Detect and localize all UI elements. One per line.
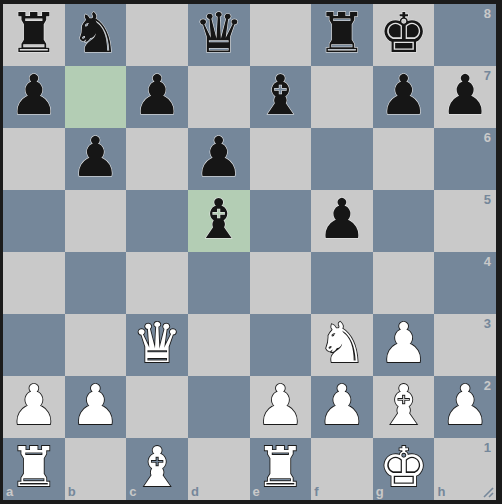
white-pawn[interactable]: ♟ (379, 316, 428, 371)
black-pawn[interactable]: ♟ (71, 130, 120, 185)
square-a6[interactable] (3, 128, 65, 190)
rank-label-3: 3 (484, 317, 491, 330)
square-e6[interactable] (250, 128, 312, 190)
square-a8[interactable]: ♜ (3, 4, 65, 66)
black-pawn[interactable]: ♟ (9, 68, 58, 123)
square-d5[interactable]: ♝ (188, 190, 250, 252)
square-h5[interactable]: 5 (434, 190, 496, 252)
square-b7[interactable] (65, 66, 127, 128)
square-h8[interactable]: 8 (434, 4, 496, 66)
square-f4[interactable] (311, 252, 373, 314)
square-a4[interactable] (3, 252, 65, 314)
square-e2[interactable]: ♟ (250, 376, 312, 438)
square-c7[interactable]: ♟ (126, 66, 188, 128)
black-pawn[interactable]: ♟ (441, 68, 490, 123)
square-f3[interactable]: ♞ (311, 314, 373, 376)
file-label-d: d (191, 485, 199, 498)
black-bishop[interactable]: ♝ (256, 68, 305, 123)
white-pawn[interactable]: ♟ (441, 378, 490, 433)
square-b3[interactable] (65, 314, 127, 376)
rank-label-1: 1 (484, 441, 491, 454)
resize-handle-icon[interactable] (481, 485, 495, 499)
square-e5[interactable] (250, 190, 312, 252)
rank-label-4: 4 (484, 255, 491, 268)
square-g8[interactable]: ♚ (373, 4, 435, 66)
black-pawn[interactable]: ♟ (194, 130, 243, 185)
square-f8[interactable]: ♜ (311, 4, 373, 66)
square-a2[interactable]: ♟ (3, 376, 65, 438)
chess-board: ♜♞♛♜♚8♟♟♝♟♟7♟♟6♝♟54♛♞♟3♟♟♟♟♝♟2♜ab♝cd♜ef♚… (3, 4, 496, 500)
square-a7[interactable]: ♟ (3, 66, 65, 128)
white-pawn[interactable]: ♟ (9, 378, 58, 433)
black-knight[interactable]: ♞ (71, 6, 120, 61)
white-king[interactable]: ♚ (379, 440, 428, 495)
black-queen[interactable]: ♛ (194, 6, 243, 61)
square-h7[interactable]: ♟7 (434, 66, 496, 128)
rank-label-6: 6 (484, 131, 491, 144)
white-bishop[interactable]: ♝ (379, 378, 428, 433)
square-c5[interactable] (126, 190, 188, 252)
square-f2[interactable]: ♟ (311, 376, 373, 438)
square-e4[interactable] (250, 252, 312, 314)
square-f6[interactable] (311, 128, 373, 190)
square-d8[interactable]: ♛ (188, 4, 250, 66)
square-g3[interactable]: ♟ (373, 314, 435, 376)
square-c4[interactable] (126, 252, 188, 314)
white-bishop[interactable]: ♝ (132, 440, 181, 495)
white-rook[interactable]: ♜ (256, 440, 305, 495)
square-h3[interactable]: 3 (434, 314, 496, 376)
white-pawn[interactable]: ♟ (256, 378, 305, 433)
square-d4[interactable] (188, 252, 250, 314)
black-pawn[interactable]: ♟ (379, 68, 428, 123)
square-h2[interactable]: ♟2 (434, 376, 496, 438)
square-d2[interactable] (188, 376, 250, 438)
white-rook[interactable]: ♜ (9, 440, 58, 495)
square-g6[interactable] (373, 128, 435, 190)
square-d1[interactable]: d (188, 438, 250, 500)
square-c6[interactable] (126, 128, 188, 190)
black-rook[interactable]: ♜ (9, 6, 58, 61)
square-b5[interactable] (65, 190, 127, 252)
square-d7[interactable] (188, 66, 250, 128)
square-c8[interactable] (126, 4, 188, 66)
square-f1[interactable]: f (311, 438, 373, 500)
square-g4[interactable] (373, 252, 435, 314)
rank-label-5: 5 (484, 193, 491, 206)
square-a3[interactable] (3, 314, 65, 376)
white-pawn[interactable]: ♟ (71, 378, 120, 433)
square-e7[interactable]: ♝ (250, 66, 312, 128)
square-e1[interactable]: ♜e (250, 438, 312, 500)
square-e8[interactable] (250, 4, 312, 66)
white-knight[interactable]: ♞ (317, 316, 366, 371)
square-b4[interactable] (65, 252, 127, 314)
square-b8[interactable]: ♞ (65, 4, 127, 66)
square-g7[interactable]: ♟ (373, 66, 435, 128)
square-f5[interactable]: ♟ (311, 190, 373, 252)
black-bishop[interactable]: ♝ (194, 192, 243, 247)
square-b2[interactable]: ♟ (65, 376, 127, 438)
square-c1[interactable]: ♝c (126, 438, 188, 500)
white-pawn[interactable]: ♟ (317, 378, 366, 433)
file-label-h: h (437, 485, 445, 498)
board-frame: ♜♞♛♜♚8♟♟♝♟♟7♟♟6♝♟54♛♞♟3♟♟♟♟♝♟2♜ab♝cd♜ef♚… (0, 0, 502, 504)
black-king[interactable]: ♚ (379, 6, 428, 61)
square-g1[interactable]: ♚g (373, 438, 435, 500)
square-a1[interactable]: ♜a (3, 438, 65, 500)
square-h6[interactable]: 6 (434, 128, 496, 190)
square-b6[interactable]: ♟ (65, 128, 127, 190)
black-rook[interactable]: ♜ (317, 6, 366, 61)
square-d6[interactable]: ♟ (188, 128, 250, 190)
white-queen[interactable]: ♛ (132, 316, 181, 371)
square-f7[interactable] (311, 66, 373, 128)
file-label-b: b (68, 485, 76, 498)
square-h4[interactable]: 4 (434, 252, 496, 314)
file-label-f: f (314, 485, 318, 498)
black-pawn[interactable]: ♟ (317, 192, 366, 247)
square-g5[interactable] (373, 190, 435, 252)
black-pawn[interactable]: ♟ (132, 68, 181, 123)
square-g2[interactable]: ♝ (373, 376, 435, 438)
square-d3[interactable] (188, 314, 250, 376)
rank-label-8: 8 (484, 7, 491, 20)
square-c2[interactable] (126, 376, 188, 438)
square-b1[interactable]: b (65, 438, 127, 500)
square-c3[interactable]: ♛ (126, 314, 188, 376)
square-e3[interactable] (250, 314, 312, 376)
square-a5[interactable] (3, 190, 65, 252)
square-h1[interactable]: 1h (434, 438, 496, 500)
